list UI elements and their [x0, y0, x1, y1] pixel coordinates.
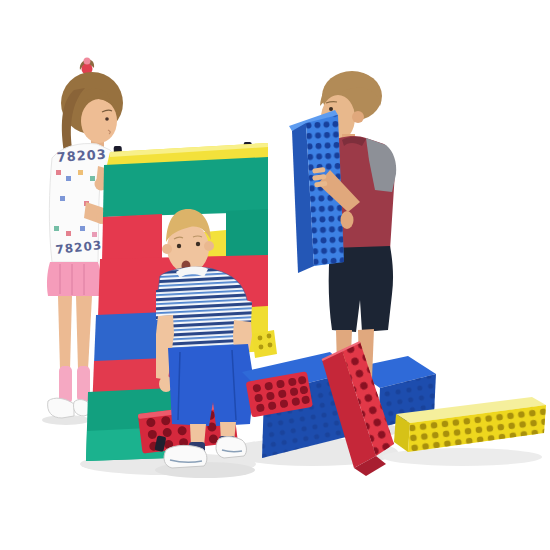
- toddler-sneaker-right: [216, 437, 246, 458]
- boy-hand-lower: [341, 211, 354, 229]
- tower-block-red-left: [102, 214, 162, 262]
- toddler-shorts: [168, 344, 254, 426]
- yellow-end-block: [252, 330, 277, 358]
- photo-canvas: 78203 78203: [0, 0, 550, 550]
- toddler-ear-left: [162, 244, 172, 254]
- girl-face: [81, 99, 117, 143]
- boy-ear: [352, 111, 364, 123]
- toddler-eye-right: [196, 242, 200, 246]
- girl-leg-left: [58, 296, 72, 370]
- toddler-eye-left: [177, 244, 181, 248]
- girl-leg-right: [76, 296, 92, 370]
- tower-block-green-right: [226, 209, 268, 260]
- girl-eye: [105, 117, 109, 121]
- girl-skirt: [47, 262, 101, 296]
- yellow-block-shadow: [382, 448, 542, 466]
- tower-block-green-top: [103, 157, 268, 217]
- scene-svg: 78203 78203: [0, 0, 550, 550]
- girl-scrunchie-tip: [84, 58, 91, 65]
- toddler-ear-right: [204, 241, 214, 251]
- tower-block-blue-left: [94, 312, 166, 364]
- girl-shoe-left: [48, 398, 74, 418]
- boy-eye: [329, 107, 333, 111]
- toddler-sneaker-left: [164, 445, 207, 468]
